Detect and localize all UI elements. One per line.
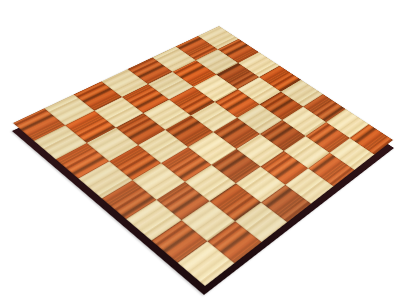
product-photo-scene — [0, 0, 400, 300]
chessboard — [13, 26, 393, 286]
